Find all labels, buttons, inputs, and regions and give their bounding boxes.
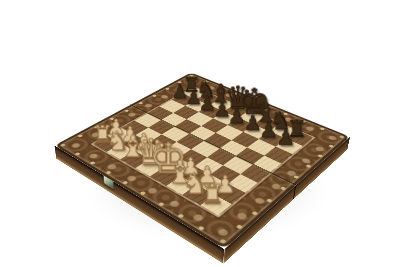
hinge-gap — [293, 185, 296, 200]
photo-background: ♜♞♝♛♚♝♞♜♟♟♟♟♟♟♟♟♟♟♟♟♟♟♟♟♜♞♝♛♚♝♞♜ — [0, 0, 400, 267]
metal-latch — [103, 174, 114, 190]
scene: ♜♞♝♛♚♝♞♜♟♟♟♟♟♟♟♟♟♟♟♟♟♟♟♟♜♞♝♛♚♝♞♜ — [0, 0, 400, 267]
piece-black-queen: ♛ — [224, 82, 242, 114]
square-a3 — [122, 121, 149, 136]
piece-black-king: ♚ — [239, 84, 257, 120]
chess-board: ♜♞♝♛♚♝♞♜♟♟♟♟♟♟♟♟♟♟♟♟♟♟♟♟♜♞♝♛♚♝♞♜ — [54, 73, 350, 250]
piece-black-rook: ♜ — [183, 75, 200, 95]
